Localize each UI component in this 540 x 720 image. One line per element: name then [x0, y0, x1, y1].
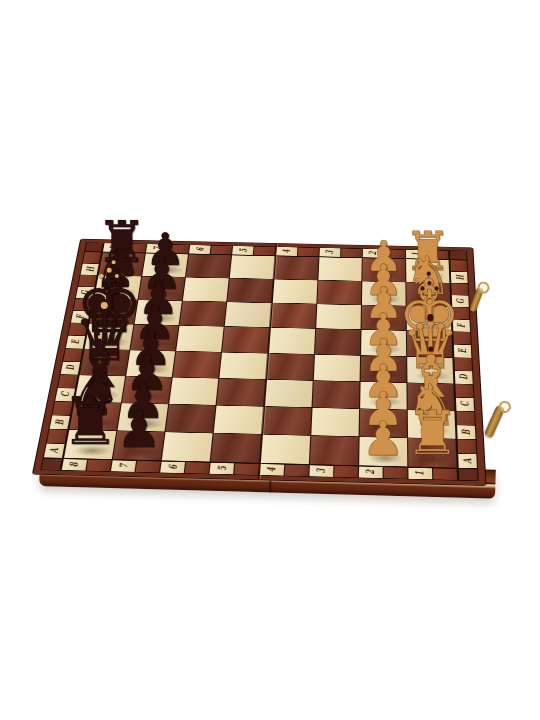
border-filler-cell: [63, 349, 82, 362]
file-label-e: E: [457, 349, 468, 354]
border-filler-cell: [73, 299, 92, 311]
square-f7: [135, 300, 182, 325]
square-b4: [262, 407, 311, 436]
square-h5: [230, 255, 275, 279]
border-filler-cell: [83, 252, 101, 263]
rank-label-cell-8: 8: [103, 243, 125, 252]
file-label-g: G: [455, 299, 465, 304]
brass-latch-lower: [484, 405, 506, 439]
square-b2: [359, 409, 407, 438]
border-filler-cell: [284, 465, 308, 477]
square-h3: [318, 257, 362, 281]
square-a1: [408, 438, 457, 468]
file-label-a: A: [462, 458, 473, 463]
border-filler-cell: [47, 429, 67, 443]
file-label-c: C: [59, 392, 71, 397]
rank-label-cell-6: 6: [160, 462, 185, 473]
square-d1: [407, 357, 453, 384]
square-e7: [131, 325, 179, 351]
square-d5: [220, 352, 268, 379]
file-label-cell-e: E: [454, 345, 472, 358]
border-filler-cell: [297, 247, 318, 256]
square-g2: [362, 281, 406, 305]
square-b5: [214, 405, 263, 433]
square-f6: [180, 301, 227, 326]
square-g6: [183, 278, 229, 302]
square-c3: [312, 381, 359, 409]
rank-label-cell-3: 3: [309, 465, 333, 477]
rank-label-8: 8: [69, 462, 81, 467]
square-d6: [173, 351, 221, 378]
file-label-b: B: [54, 419, 66, 425]
border-filler-cell: [125, 244, 147, 253]
square-h1: [406, 259, 449, 283]
file-label-cell-c: C: [456, 397, 474, 411]
border-filler-cell: [52, 401, 72, 415]
square-a2: [359, 437, 407, 467]
rank-label-cell-2: 2: [359, 467, 383, 479]
rank-label-cell-5: 5: [233, 246, 254, 255]
square-h7: [142, 253, 188, 276]
square-b3: [311, 408, 359, 437]
border-filler-cell: [456, 411, 474, 425]
square-f4: [270, 303, 316, 328]
rank-label-5: 5: [238, 249, 248, 253]
square-c6: [170, 377, 219, 405]
border-filler-cell: [433, 468, 457, 480]
square-a7: [113, 431, 165, 460]
rank-label-4: 4: [266, 467, 278, 472]
file-label-b: B: [461, 429, 472, 435]
border-filler-cell: [78, 275, 96, 287]
file-label-cell-b: B: [457, 425, 475, 439]
rank-label-cell-1: 1: [408, 468, 432, 480]
square-f5: [225, 302, 271, 327]
rank-label-cell-4: 4: [259, 464, 283, 476]
rank-label-cell-7: 7: [146, 244, 168, 253]
file-label-cell-f: F: [71, 311, 90, 323]
square-d2: [360, 355, 406, 382]
border-filler-cell: [450, 260, 467, 271]
border-filler-cell: [136, 461, 161, 472]
square-h8: [99, 253, 145, 276]
border-filler-cell: [452, 307, 469, 319]
rank-label-6: 6: [195, 248, 205, 252]
border-filler-cell: [383, 467, 407, 479]
rank-label-2: 2: [368, 251, 378, 255]
border-corner-front-left: [40, 458, 63, 471]
square-e4: [269, 328, 315, 354]
square-d7: [126, 350, 175, 377]
file-label-cell-b: B: [50, 415, 70, 429]
border-filler-cell: [68, 323, 87, 335]
square-c2: [360, 382, 407, 410]
border-filler-cell: [453, 332, 470, 344]
rank-label-6: 6: [167, 465, 179, 470]
file-label-a: A: [48, 448, 60, 453]
file-label-d: D: [458, 374, 469, 379]
rank-label-cell-2: 2: [363, 249, 384, 258]
border-filler-cell: [254, 247, 275, 256]
square-b8: [69, 402, 120, 430]
square-g4: [272, 279, 317, 303]
file-label-cell-c: C: [55, 388, 75, 401]
square-e2: [361, 330, 406, 356]
square-a4: [260, 435, 309, 464]
rank-label-1: 1: [411, 252, 421, 256]
rank-label-cell-8: 8: [62, 459, 87, 470]
rank-label-3: 3: [325, 250, 335, 254]
rank-label-5: 5: [216, 466, 228, 471]
rank-label-cell-1: 1: [406, 250, 427, 259]
file-label-cell-d: D: [455, 371, 473, 384]
rank-label-cell-5: 5: [210, 463, 235, 474]
border-corner-back-right: [449, 250, 467, 260]
border-filler-cell: [235, 463, 260, 475]
border-filler-cell: [58, 375, 78, 388]
board-grid: [63, 252, 458, 468]
rank-label-cell-6: 6: [189, 245, 211, 254]
border-filler-cell: [86, 460, 111, 471]
border-corner-back-left: [84, 242, 104, 252]
border-filler-cell: [341, 248, 362, 257]
square-f1: [406, 306, 451, 331]
square-g5: [228, 278, 273, 302]
border-corner-front-right: [458, 468, 479, 481]
square-d4: [267, 353, 314, 380]
square-f3: [316, 304, 361, 329]
file-label-cell-e: E: [66, 336, 85, 349]
border-filler-cell: [454, 358, 472, 371]
square-g8: [94, 276, 141, 300]
border-filler-cell: [458, 439, 477, 453]
rank-label-cell-4: 4: [276, 247, 297, 256]
square-c4: [265, 379, 313, 407]
square-a6: [162, 432, 213, 461]
square-g1: [406, 282, 450, 306]
border-filler-cell: [168, 245, 190, 254]
square-f2: [361, 305, 406, 330]
file-label-d: D: [65, 365, 77, 370]
square-b6: [166, 404, 216, 432]
rank-label-3: 3: [315, 469, 326, 474]
file-label-cell-g: G: [452, 295, 469, 307]
square-e8: [85, 324, 134, 350]
rank-label-1: 1: [414, 471, 425, 476]
file-label-g: G: [80, 290, 91, 295]
square-e5: [222, 327, 269, 353]
square-g3: [317, 280, 361, 304]
square-e6: [176, 326, 224, 352]
square-h4: [274, 256, 318, 280]
chess-board: 87654321 HGFEDCBA HGFEDCBA 87654321: [33, 239, 485, 485]
file-label-f: F: [75, 315, 86, 319]
square-a8: [64, 430, 116, 459]
square-d3: [313, 354, 359, 381]
border-filler-cell: [455, 384, 473, 397]
file-label-h: H: [454, 275, 464, 280]
rank-label-4: 4: [281, 250, 291, 254]
square-f8: [89, 299, 137, 324]
file-label-cell-h: H: [81, 264, 99, 275]
file-label-cell-f: F: [453, 320, 470, 332]
file-label-e: E: [70, 340, 81, 345]
rank-label-8: 8: [109, 246, 119, 250]
square-d8: [80, 349, 130, 376]
square-a3: [310, 436, 359, 466]
border-filler-cell: [334, 466, 358, 478]
rank-label-cell-7: 7: [111, 460, 136, 471]
border-filler-cell: [384, 249, 405, 258]
square-c5: [217, 378, 266, 406]
square-b1: [408, 410, 456, 439]
chess-set-photo: 87654321 HGFEDCBA HGFEDCBA 87654321 ♜♟♟♜…: [0, 0, 540, 720]
border-filler-cell: [427, 250, 448, 259]
rank-label-7: 7: [118, 464, 130, 469]
file-label-h: H: [84, 267, 95, 272]
border-filler-cell: [185, 462, 210, 473]
rank-label-cell-3: 3: [319, 248, 340, 257]
border-filler-cell: [211, 246, 233, 255]
border-filler-cell: [451, 283, 468, 295]
file-label-cell-h: H: [451, 272, 468, 284]
square-c7: [122, 376, 172, 403]
rank-label-7: 7: [152, 247, 162, 251]
file-label-cell-d: D: [61, 361, 81, 374]
file-label-cell-a: A: [44, 444, 65, 458]
square-h2: [362, 258, 405, 282]
square-g7: [139, 277, 186, 301]
file-label-cell-g: G: [76, 287, 95, 299]
file-label-c: C: [459, 402, 470, 407]
square-c1: [407, 383, 454, 411]
file-label-f: F: [456, 324, 467, 328]
square-e1: [407, 331, 453, 357]
square-a5: [211, 433, 261, 462]
square-c8: [75, 375, 126, 402]
rank-label-2: 2: [365, 470, 376, 475]
square-h6: [186, 254, 231, 278]
file-label-cell-a: A: [458, 454, 477, 468]
square-b7: [118, 403, 169, 431]
square-e3: [315, 329, 361, 355]
